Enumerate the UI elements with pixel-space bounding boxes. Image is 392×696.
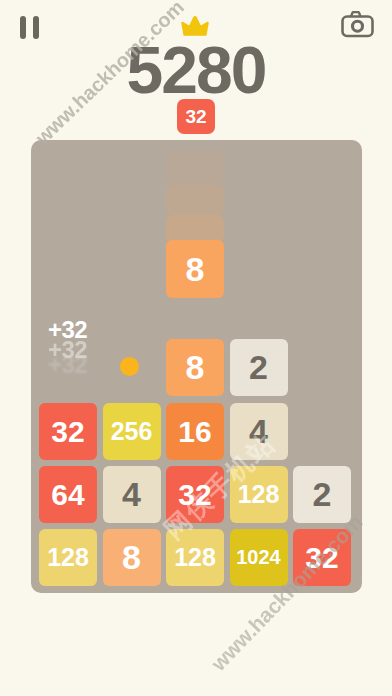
tile-2: 2 xyxy=(230,339,288,396)
pause-icon xyxy=(20,16,26,39)
tile-32: 32 xyxy=(166,466,224,523)
next-tile: 32 xyxy=(177,99,215,134)
tile-256: 256 xyxy=(103,403,161,460)
falling-tile-trail xyxy=(166,215,224,242)
tile-2: 2 xyxy=(293,466,351,523)
tile-128: 128 xyxy=(166,529,224,586)
tile-8: 8 xyxy=(166,339,224,396)
score: 5280 xyxy=(0,37,392,103)
tile-128: 128 xyxy=(230,466,288,523)
board[interactable]: +32 +32 +32 网侠手机站 8232256164644321282128… xyxy=(31,140,362,593)
falling-tile-8: 8 xyxy=(166,240,224,298)
falling-tile-trail xyxy=(166,152,224,185)
score-popup-ghost: +32 xyxy=(48,351,87,379)
camera-icon xyxy=(341,11,374,38)
tile-16: 16 xyxy=(166,403,224,460)
tile-32: 32 xyxy=(293,529,351,586)
tile-4: 4 xyxy=(103,466,161,523)
tile-1024: 1024 xyxy=(230,529,288,586)
camera-button[interactable] xyxy=(341,11,374,38)
bonus-dot xyxy=(120,357,139,376)
tile-64: 64 xyxy=(39,466,97,523)
tile-128: 128 xyxy=(39,529,97,586)
falling-tile-trail xyxy=(166,185,224,215)
tile-8: 8 xyxy=(103,529,161,586)
tile-4: 4 xyxy=(230,403,288,460)
game-screen: www.hackhome.com www.hackhome.com 5280 3… xyxy=(0,0,392,696)
tile-32: 32 xyxy=(39,403,97,460)
pause-icon xyxy=(33,16,39,39)
